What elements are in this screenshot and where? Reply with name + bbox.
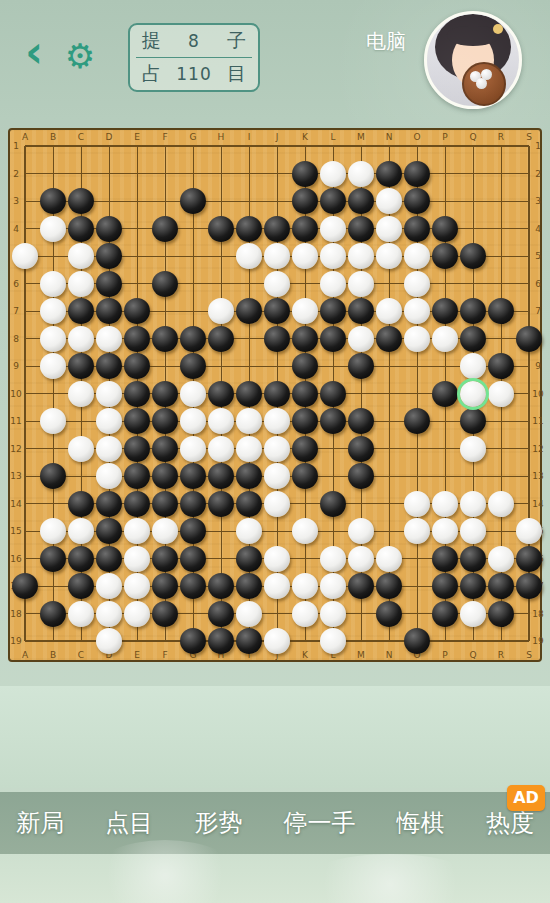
black-stone (488, 353, 514, 379)
black-stone (264, 326, 290, 352)
player-bar: 玩家 提 25 子 占 126 目 (0, 686, 550, 788)
black-stone (96, 546, 122, 572)
black-stone (292, 408, 318, 434)
white-stone (12, 243, 38, 269)
white-stone (404, 326, 430, 352)
white-stone (96, 463, 122, 489)
white-stone (180, 436, 206, 462)
white-stone (96, 381, 122, 407)
menu-item-5[interactable]: 悔棋 (397, 807, 445, 839)
white-stone (264, 408, 290, 434)
white-stone (208, 298, 234, 324)
black-stone (180, 326, 206, 352)
white-stone (376, 216, 402, 242)
back-button[interactable]: ‹ (16, 30, 52, 74)
black-stone (180, 546, 206, 572)
black-stone (404, 188, 430, 214)
black-stone (208, 491, 234, 517)
column-label-top: J (270, 131, 284, 143)
menu-item-2[interactable]: 点目 (105, 807, 153, 839)
black-stone (404, 161, 430, 187)
black-stone (432, 298, 458, 324)
black-stone (460, 298, 486, 324)
row-label-left: 6 (9, 278, 23, 290)
white-stone (96, 601, 122, 627)
white-stone (348, 518, 374, 544)
column-label-bottom: R (494, 649, 508, 661)
black-stone (320, 326, 346, 352)
white-stone-bowl (462, 62, 506, 106)
row-label-right: 2 (531, 168, 545, 180)
white-stone (404, 518, 430, 544)
white-stone (376, 546, 402, 572)
row-label-left: 15 (9, 525, 23, 537)
row-label-left: 4 (9, 223, 23, 235)
column-label-top: O (410, 131, 424, 143)
column-label-bottom: M (354, 649, 368, 661)
white-stone (264, 271, 290, 297)
black-stone (320, 188, 346, 214)
column-label-top: F (158, 131, 172, 143)
white-stone (460, 491, 486, 517)
row-label-left: 14 (9, 498, 23, 510)
row-label-right: 19 (531, 635, 545, 647)
column-label-top: H (214, 131, 228, 143)
black-stone (208, 628, 234, 654)
white-stone (320, 601, 346, 627)
black-stone (152, 463, 178, 489)
column-label-top: B (46, 131, 60, 143)
black-stone (292, 216, 318, 242)
white-stone (124, 546, 150, 572)
row-label-right: 4 (531, 223, 545, 235)
white-stone (516, 518, 542, 544)
white-stone (264, 491, 290, 517)
white-stone (404, 298, 430, 324)
white-stone (404, 271, 430, 297)
white-stone (68, 243, 94, 269)
black-stone (460, 546, 486, 572)
black-stone (292, 381, 318, 407)
white-stone (264, 463, 290, 489)
column-label-top: R (494, 131, 508, 143)
black-stone (180, 491, 206, 517)
white-stone (40, 518, 66, 544)
black-stone (236, 381, 262, 407)
column-label-top: N (382, 131, 396, 143)
black-stone (96, 353, 122, 379)
white-stone (292, 601, 318, 627)
column-label-bottom: F (158, 649, 172, 661)
white-stone (96, 573, 122, 599)
black-stone (124, 436, 150, 462)
black-stone (348, 298, 374, 324)
black-stone (124, 381, 150, 407)
row-label-right: 11 (531, 415, 545, 427)
white-stone (320, 271, 346, 297)
white-stone (236, 436, 262, 462)
row-label-right: 7 (531, 305, 545, 317)
capture-label: 提 (142, 28, 161, 54)
white-stone (96, 436, 122, 462)
white-stone (96, 628, 122, 654)
black-stone (432, 546, 458, 572)
white-stone (292, 518, 318, 544)
white-stone (264, 546, 290, 572)
row-label-right: 14 (531, 498, 545, 510)
column-label-top: E (130, 131, 144, 143)
white-stone (460, 436, 486, 462)
white-stone (236, 243, 262, 269)
computer-avatar[interactable] (424, 11, 522, 109)
black-stone (404, 628, 430, 654)
white-stone (460, 601, 486, 627)
white-stone (236, 518, 262, 544)
black-stone (236, 628, 262, 654)
black-stone (180, 188, 206, 214)
column-label-top: M (354, 131, 368, 143)
black-stone (348, 463, 374, 489)
row-label-right: 6 (531, 278, 545, 290)
row-label-right: 12 (531, 443, 545, 455)
column-label-top: S (522, 131, 536, 143)
black-stone (516, 573, 542, 599)
white-stone (68, 601, 94, 627)
white-stone (404, 491, 430, 517)
black-stone (460, 408, 486, 434)
black-stone (68, 491, 94, 517)
row-label-right: 3 (531, 195, 545, 207)
black-stone (376, 161, 402, 187)
white-stone (40, 326, 66, 352)
white-stone (236, 601, 262, 627)
black-stone (320, 381, 346, 407)
row-label-left: 13 (9, 470, 23, 482)
black-stone (152, 546, 178, 572)
row-label-left: 10 (9, 388, 23, 400)
white-stone (432, 491, 458, 517)
black-stone (12, 573, 38, 599)
row-label-right: 5 (531, 250, 545, 262)
black-stone (208, 463, 234, 489)
white-stone (348, 161, 374, 187)
black-stone (124, 408, 150, 434)
computer-score-box: 提 8 子 占 110 目 (128, 23, 260, 92)
black-stone (404, 408, 430, 434)
white-stone (68, 326, 94, 352)
black-stone (208, 573, 234, 599)
header-bar: ‹ ⚙ 提 8 子 占 110 目 电脑 (0, 0, 550, 120)
white-stone (404, 243, 430, 269)
black-stone (432, 216, 458, 242)
white-stone (348, 243, 374, 269)
computer-avatar-hair (435, 14, 511, 80)
black-stone (348, 436, 374, 462)
column-label-bottom: A (18, 649, 32, 661)
black-stone (124, 326, 150, 352)
white-stone (320, 216, 346, 242)
white-stone (432, 518, 458, 544)
black-stone (68, 298, 94, 324)
white-stone (40, 408, 66, 434)
black-stone (96, 243, 122, 269)
ad-badge[interactable]: AD (507, 785, 545, 811)
black-stone (152, 381, 178, 407)
black-stone (236, 491, 262, 517)
black-stone (320, 298, 346, 324)
white-stone (348, 326, 374, 352)
column-label-bottom: S (522, 649, 536, 661)
white-stone (68, 436, 94, 462)
black-stone (488, 573, 514, 599)
black-stone (348, 353, 374, 379)
white-stone (40, 353, 66, 379)
row-label-left: 16 (9, 553, 23, 565)
bottom-menu: 新局点目形势停一手悔棋热度 (0, 792, 550, 854)
black-stone (208, 216, 234, 242)
row-label-left: 1 (9, 140, 23, 152)
white-stone (124, 518, 150, 544)
territory-label: 占 (142, 61, 161, 87)
white-stone (460, 518, 486, 544)
capture-value: 8 (188, 31, 200, 51)
white-stone (320, 243, 346, 269)
white-stone (124, 601, 150, 627)
black-stone (376, 573, 402, 599)
row-label-left: 2 (9, 168, 23, 180)
black-stone (348, 573, 374, 599)
row-label-left: 3 (9, 195, 23, 207)
menu-item-3[interactable]: 形势 (194, 807, 242, 839)
white-stone (348, 271, 374, 297)
black-stone (516, 326, 542, 352)
black-stone (40, 463, 66, 489)
row-label-left: 9 (9, 360, 23, 372)
computer-avatar-face (452, 34, 494, 86)
row-label-left: 12 (9, 443, 23, 455)
white-stone (460, 353, 486, 379)
black-stone (180, 628, 206, 654)
black-stone (516, 546, 542, 572)
white-stone (264, 436, 290, 462)
white-stone (124, 573, 150, 599)
black-stone (432, 243, 458, 269)
black-stone (124, 491, 150, 517)
black-stone (236, 573, 262, 599)
white-stone (236, 408, 262, 434)
black-stone (404, 216, 430, 242)
black-stone (348, 216, 374, 242)
row-label-left: 8 (9, 333, 23, 345)
black-stone (96, 271, 122, 297)
black-stone (124, 353, 150, 379)
black-stone (292, 188, 318, 214)
white-stone (208, 408, 234, 434)
settings-gear-icon[interactable]: ⚙ (60, 36, 100, 76)
black-stone (208, 381, 234, 407)
black-stone (68, 353, 94, 379)
black-stone (96, 518, 122, 544)
menu-item-1[interactable]: 新局 (16, 807, 64, 839)
black-stone (180, 463, 206, 489)
white-stone (488, 546, 514, 572)
white-stone (320, 161, 346, 187)
white-stone (376, 188, 402, 214)
white-stone (264, 573, 290, 599)
black-stone (152, 408, 178, 434)
black-stone (320, 408, 346, 434)
row-label-right: 18 (531, 608, 545, 620)
white-stone (208, 436, 234, 462)
black-stone (292, 463, 318, 489)
white-stone (376, 298, 402, 324)
black-stone (40, 601, 66, 627)
computer-avatar-ornament (493, 24, 503, 34)
go-board[interactable]: AA11BB22CC33DD44EE55FF66GG77HH88II99JJ10… (8, 128, 542, 662)
white-stone (152, 518, 178, 544)
white-stone (488, 381, 514, 407)
row-label-left: 7 (9, 305, 23, 317)
black-stone (68, 188, 94, 214)
white-stone (292, 573, 318, 599)
black-stone (124, 463, 150, 489)
white-stone (376, 243, 402, 269)
column-label-top: Q (466, 131, 480, 143)
computer-territory-row: 占 110 目 (130, 58, 258, 90)
black-stone (152, 271, 178, 297)
menu-item-6[interactable]: 热度 (486, 807, 534, 839)
white-stone (320, 573, 346, 599)
black-stone (236, 463, 262, 489)
territory-unit: 目 (227, 61, 246, 87)
black-stone (68, 216, 94, 242)
white-stone (40, 298, 66, 324)
black-stone (292, 161, 318, 187)
black-stone (236, 298, 262, 324)
black-stone (40, 546, 66, 572)
column-label-top: K (298, 131, 312, 143)
white-stone (96, 326, 122, 352)
black-stone (152, 601, 178, 627)
row-label-left: 19 (9, 635, 23, 647)
row-label-left: 11 (9, 415, 23, 427)
white-stone (348, 546, 374, 572)
black-stone (236, 216, 262, 242)
black-stone (152, 491, 178, 517)
black-stone (40, 188, 66, 214)
white-stone (40, 216, 66, 242)
black-stone (292, 326, 318, 352)
computer-name-label: 电脑 (366, 28, 406, 55)
black-stone (432, 601, 458, 627)
white-stone (432, 326, 458, 352)
black-stone (460, 326, 486, 352)
column-label-top: G (186, 131, 200, 143)
column-label-bottom: Q (466, 649, 480, 661)
white-stone (68, 381, 94, 407)
black-stone (432, 381, 458, 407)
black-stone (96, 491, 122, 517)
column-label-top: D (102, 131, 116, 143)
column-label-top: L (326, 131, 340, 143)
black-stone (208, 601, 234, 627)
column-label-bottom: K (298, 649, 312, 661)
white-stone (320, 628, 346, 654)
row-label-left: 18 (9, 608, 23, 620)
territory-value: 110 (176, 64, 211, 84)
black-stone (460, 243, 486, 269)
column-label-top: C (74, 131, 88, 143)
black-stone (292, 353, 318, 379)
menu-item-4[interactable]: 停一手 (284, 807, 356, 839)
column-label-bottom: P (438, 649, 452, 661)
black-stone (460, 573, 486, 599)
white-stone (292, 298, 318, 324)
computer-capture-row: 提 8 子 (130, 25, 258, 57)
footer-decoration (0, 854, 550, 903)
black-stone (376, 601, 402, 627)
black-stone (320, 491, 346, 517)
white-stone (292, 243, 318, 269)
row-label-right: 9 (531, 360, 545, 372)
black-stone (124, 298, 150, 324)
white-stone (40, 271, 66, 297)
capture-unit: 子 (227, 28, 246, 54)
black-stone (68, 546, 94, 572)
black-stone (152, 326, 178, 352)
black-stone (348, 408, 374, 434)
black-stone (488, 601, 514, 627)
black-stone (264, 381, 290, 407)
black-stone (264, 298, 290, 324)
black-stone (376, 326, 402, 352)
black-stone (180, 518, 206, 544)
white-stone (264, 243, 290, 269)
column-label-top: I (242, 131, 256, 143)
computer-avatar-bangs (447, 26, 499, 46)
row-label-right: 10 (531, 388, 545, 400)
white-stone (180, 408, 206, 434)
black-stone (68, 573, 94, 599)
column-label-bottom: B (46, 649, 60, 661)
black-stone (96, 298, 122, 324)
black-stone (488, 298, 514, 324)
black-stone (292, 436, 318, 462)
row-label-right: 13 (531, 470, 545, 482)
black-stone (264, 216, 290, 242)
white-stone (264, 628, 290, 654)
black-stone (180, 353, 206, 379)
column-label-bottom: E (130, 649, 144, 661)
column-label-top: P (438, 131, 452, 143)
black-stone (180, 573, 206, 599)
black-stone (208, 326, 234, 352)
black-stone (152, 216, 178, 242)
white-stone (180, 381, 206, 407)
last-move-marker (457, 378, 489, 410)
black-stone (152, 436, 178, 462)
column-label-bottom: N (382, 649, 396, 661)
black-stone (236, 546, 262, 572)
white-stone (96, 408, 122, 434)
white-stone (488, 491, 514, 517)
black-stone (96, 216, 122, 242)
white-stone (68, 518, 94, 544)
white-stone (68, 271, 94, 297)
black-stone (348, 188, 374, 214)
black-stone (432, 573, 458, 599)
white-stone (320, 546, 346, 572)
